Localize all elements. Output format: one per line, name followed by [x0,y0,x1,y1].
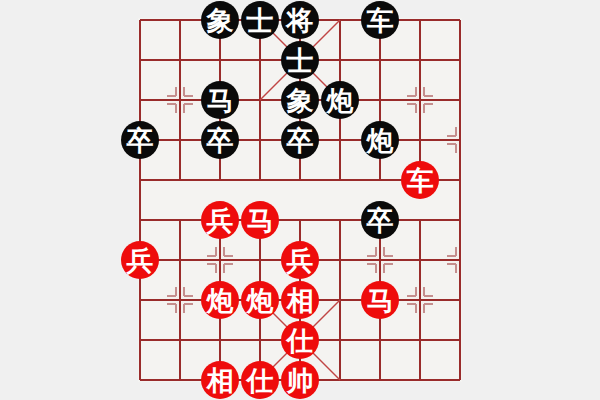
piece-black-cannon[interactable]: 炮 [321,81,359,119]
piece-red-soldier[interactable]: 兵 [201,201,239,239]
piece-black-soldier[interactable]: 卒 [121,121,159,159]
piece-black-soldier[interactable]: 卒 [361,201,399,239]
piece-black-elephant[interactable]: 象 [201,1,239,39]
piece-red-general[interactable]: 帅 [281,361,319,399]
piece-red-chariot[interactable]: 车 [401,161,439,199]
piece-black-soldier[interactable]: 卒 [281,121,319,159]
piece-black-chariot[interactable]: 车 [361,1,399,39]
piece-red-horse[interactable]: 马 [361,281,399,319]
piece-red-soldier[interactable]: 兵 [281,241,319,279]
piece-red-elephant[interactable]: 相 [281,281,319,319]
piece-black-general[interactable]: 将 [281,1,319,39]
xiangqi-app: 象士将车士马象炮卒卒卒炮卒车兵马兵兵炮炮相马仕相仕帅 [0,0,600,400]
piece-black-advisor[interactable]: 士 [241,1,279,39]
piece-red-horse[interactable]: 马 [241,201,279,239]
piece-black-cannon[interactable]: 炮 [361,121,399,159]
piece-black-elephant[interactable]: 象 [281,81,319,119]
piece-red-elephant[interactable]: 相 [201,361,239,399]
piece-black-advisor[interactable]: 士 [281,41,319,79]
piece-red-advisor[interactable]: 仕 [241,361,279,399]
piece-red-soldier[interactable]: 兵 [121,241,159,279]
piece-red-cannon[interactable]: 炮 [201,281,239,319]
piece-black-horse[interactable]: 马 [201,81,239,119]
piece-black-soldier[interactable]: 卒 [201,121,239,159]
piece-red-advisor[interactable]: 仕 [281,321,319,359]
piece-red-cannon[interactable]: 炮 [241,281,279,319]
